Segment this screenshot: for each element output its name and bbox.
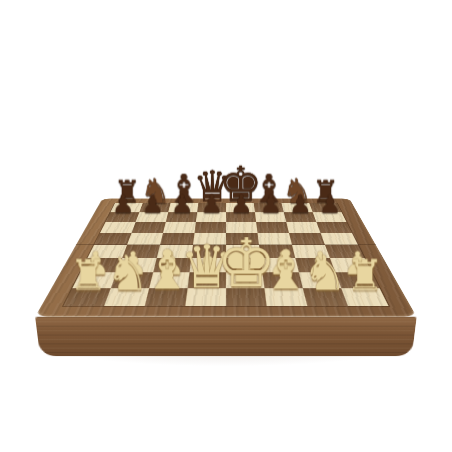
chess-set-photo: ♜♞♝♛♚♝♞♜♟♟♟♟♟♟♟♟♟♟♟♟♟♟♟♟♜♞♝♛♚♝♞♜: [0, 0, 452, 452]
square-h8[interactable]: [309, 203, 341, 212]
square-f7[interactable]: [255, 212, 286, 222]
square-g6[interactable]: [286, 222, 320, 233]
square-e7[interactable]: [226, 212, 256, 222]
square-h5[interactable]: [321, 233, 358, 245]
square-d7[interactable]: [196, 212, 226, 222]
square-a6[interactable]: [100, 222, 136, 233]
square-b7[interactable]: [136, 212, 169, 222]
piece-white-rook-h1[interactable]: ♜: [345, 255, 383, 297]
piece-white-knight-g1[interactable]: ♞: [303, 249, 346, 297]
square-b8[interactable]: [139, 203, 170, 212]
piece-white-rook-a1[interactable]: ♜: [69, 255, 107, 297]
square-d8[interactable]: [197, 203, 226, 212]
square-a7[interactable]: [105, 212, 139, 222]
piece-white-bishop-f1[interactable]: ♝: [261, 243, 309, 297]
square-a5[interactable]: [94, 233, 131, 245]
square-a8[interactable]: [110, 203, 142, 212]
square-b6[interactable]: [131, 222, 165, 233]
square-c6[interactable]: [163, 222, 196, 233]
square-h7[interactable]: [313, 212, 347, 222]
square-e8[interactable]: [226, 203, 255, 212]
square-f8[interactable]: [254, 203, 284, 212]
board-side-front: [35, 317, 417, 357]
square-g7[interactable]: [284, 212, 317, 222]
chess-board: ♜♞♝♛♚♝♞♜♟♟♟♟♟♟♟♟♟♟♟♟♟♟♟♟♜♞♝♛♚♝♞♜: [35, 199, 417, 317]
square-c7[interactable]: [166, 212, 197, 222]
square-h6[interactable]: [316, 222, 352, 233]
square-c8[interactable]: [168, 203, 198, 212]
square-g8[interactable]: [282, 203, 313, 212]
